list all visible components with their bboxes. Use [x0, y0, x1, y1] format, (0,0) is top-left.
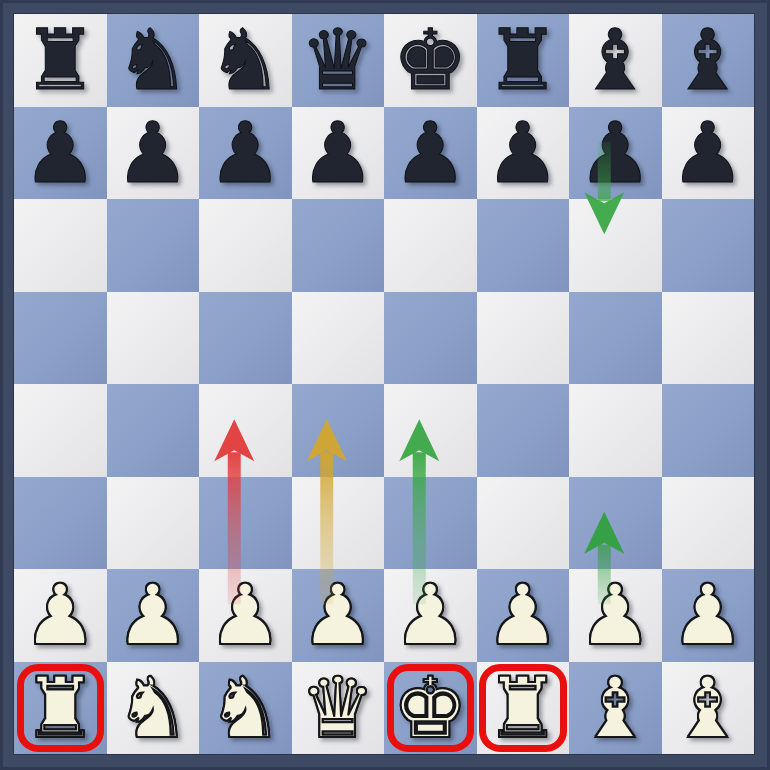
square-e4[interactable]: [384, 384, 477, 477]
piece-black-knight-b8[interactable]: ♞: [115, 14, 190, 107]
square-e3[interactable]: [384, 477, 477, 570]
piece-black-pawn-b7[interactable]: ♟: [115, 107, 190, 200]
square-g4[interactable]: [569, 384, 662, 477]
piece-black-pawn-e7[interactable]: ♟: [393, 107, 468, 200]
square-c5[interactable]: [199, 292, 292, 385]
square-b5[interactable]: [107, 292, 200, 385]
square-h5[interactable]: [662, 292, 755, 385]
square-a6[interactable]: [14, 199, 107, 292]
square-b8[interactable]: ♞: [107, 14, 200, 107]
square-d5[interactable]: [292, 292, 385, 385]
piece-black-pawn-g7[interactable]: ♟: [578, 107, 653, 200]
square-a4[interactable]: [14, 384, 107, 477]
square-a5[interactable]: [14, 292, 107, 385]
square-h1[interactable]: ♝: [662, 662, 755, 755]
chess-board: ♜♞♞♛♚♜♝♝♟♟♟♟♟♟♟♟♟♟♟♟♟♟♟♟♜♞♞♛♚♜♝♝: [14, 14, 754, 754]
piece-white-bishop-h1[interactable]: ♝: [670, 662, 745, 755]
piece-white-pawn-a2[interactable]: ♟: [23, 569, 98, 662]
square-h6[interactable]: [662, 199, 755, 292]
square-e1[interactable]: ♚: [384, 662, 477, 755]
square-b4[interactable]: [107, 384, 200, 477]
square-b2[interactable]: ♟: [107, 569, 200, 662]
square-d4[interactable]: [292, 384, 385, 477]
square-d7[interactable]: ♟: [292, 107, 385, 200]
square-e2[interactable]: ♟: [384, 569, 477, 662]
square-a3[interactable]: [14, 477, 107, 570]
square-f8[interactable]: ♜: [477, 14, 570, 107]
square-f7[interactable]: ♟: [477, 107, 570, 200]
piece-black-pawn-d7[interactable]: ♟: [300, 107, 375, 200]
piece-black-rook-a8[interactable]: ♜: [23, 14, 98, 107]
piece-white-rook-a1[interactable]: ♜: [23, 662, 98, 755]
square-h7[interactable]: ♟: [662, 107, 755, 200]
square-e7[interactable]: ♟: [384, 107, 477, 200]
board-frame: ♜♞♞♛♚♜♝♝♟♟♟♟♟♟♟♟♟♟♟♟♟♟♟♟♜♞♞♛♚♜♝♝: [0, 0, 770, 770]
square-g6[interactable]: [569, 199, 662, 292]
square-c1[interactable]: ♞: [199, 662, 292, 755]
square-f4[interactable]: [477, 384, 570, 477]
piece-white-queen-d1[interactable]: ♛: [300, 662, 375, 755]
square-h3[interactable]: [662, 477, 755, 570]
piece-white-pawn-f2[interactable]: ♟: [485, 569, 560, 662]
square-h8[interactable]: ♝: [662, 14, 755, 107]
square-d8[interactable]: ♛: [292, 14, 385, 107]
square-g5[interactable]: [569, 292, 662, 385]
square-d2[interactable]: ♟: [292, 569, 385, 662]
square-g7[interactable]: ♟: [569, 107, 662, 200]
square-c3[interactable]: [199, 477, 292, 570]
piece-white-pawn-d2[interactable]: ♟: [300, 569, 375, 662]
square-f3[interactable]: [477, 477, 570, 570]
square-g8[interactable]: ♝: [569, 14, 662, 107]
square-e8[interactable]: ♚: [384, 14, 477, 107]
piece-black-rook-f8[interactable]: ♜: [485, 14, 560, 107]
square-g3[interactable]: [569, 477, 662, 570]
square-d6[interactable]: [292, 199, 385, 292]
square-f1[interactable]: ♜: [477, 662, 570, 755]
square-c4[interactable]: [199, 384, 292, 477]
square-b1[interactable]: ♞: [107, 662, 200, 755]
square-c7[interactable]: ♟: [199, 107, 292, 200]
square-g2[interactable]: ♟: [569, 569, 662, 662]
piece-white-knight-c1[interactable]: ♞: [208, 662, 283, 755]
square-a8[interactable]: ♜: [14, 14, 107, 107]
piece-white-rook-f1[interactable]: ♜: [485, 662, 560, 755]
piece-black-pawn-a7[interactable]: ♟: [23, 107, 98, 200]
square-c2[interactable]: ♟: [199, 569, 292, 662]
square-b3[interactable]: [107, 477, 200, 570]
square-a1[interactable]: ♜: [14, 662, 107, 755]
square-a2[interactable]: ♟: [14, 569, 107, 662]
piece-white-knight-b1[interactable]: ♞: [115, 662, 190, 755]
square-a7[interactable]: ♟: [14, 107, 107, 200]
piece-white-pawn-c2[interactable]: ♟: [208, 569, 283, 662]
piece-black-bishop-g8[interactable]: ♝: [578, 14, 653, 107]
piece-black-queen-d8[interactable]: ♛: [300, 14, 375, 107]
piece-white-pawn-g2[interactable]: ♟: [578, 569, 653, 662]
piece-white-king-e1[interactable]: ♚: [393, 662, 468, 755]
square-h4[interactable]: [662, 384, 755, 477]
piece-black-pawn-h7[interactable]: ♟: [670, 107, 745, 200]
square-e5[interactable]: [384, 292, 477, 385]
square-c8[interactable]: ♞: [199, 14, 292, 107]
piece-white-pawn-e2[interactable]: ♟: [393, 569, 468, 662]
square-b7[interactable]: ♟: [107, 107, 200, 200]
square-f6[interactable]: [477, 199, 570, 292]
piece-black-pawn-c7[interactable]: ♟: [208, 107, 283, 200]
square-c6[interactable]: [199, 199, 292, 292]
square-h2[interactable]: ♟: [662, 569, 755, 662]
piece-white-pawn-h2[interactable]: ♟: [670, 569, 745, 662]
square-f5[interactable]: [477, 292, 570, 385]
piece-black-king-e8[interactable]: ♚: [393, 14, 468, 107]
piece-white-pawn-b2[interactable]: ♟: [115, 569, 190, 662]
piece-black-knight-c8[interactable]: ♞: [208, 14, 283, 107]
piece-black-pawn-f7[interactable]: ♟: [485, 107, 560, 200]
square-d3[interactable]: [292, 477, 385, 570]
piece-white-bishop-g1[interactable]: ♝: [578, 662, 653, 755]
square-d1[interactable]: ♛: [292, 662, 385, 755]
square-g1[interactable]: ♝: [569, 662, 662, 755]
square-f2[interactable]: ♟: [477, 569, 570, 662]
piece-black-bishop-h8[interactable]: ♝: [670, 14, 745, 107]
square-e6[interactable]: [384, 199, 477, 292]
square-b6[interactable]: [107, 199, 200, 292]
